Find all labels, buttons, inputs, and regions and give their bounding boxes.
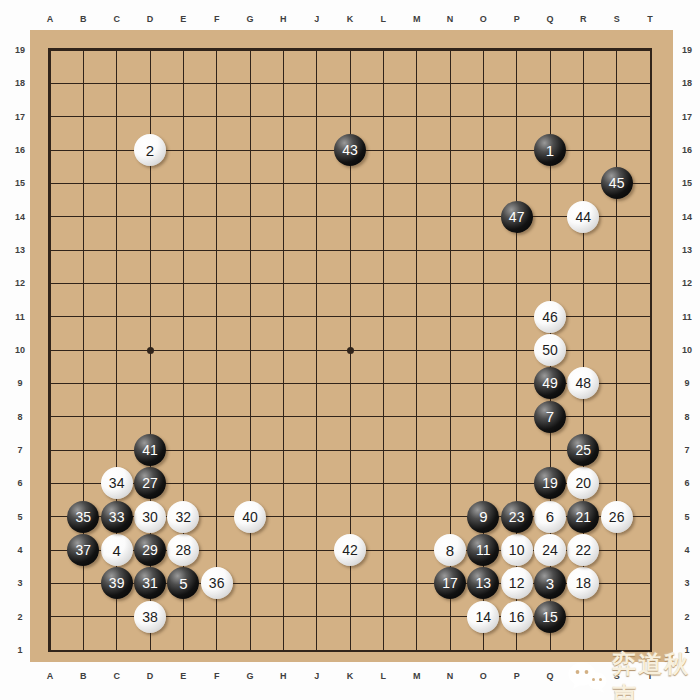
move-number: 9: [479, 509, 487, 524]
move-number: 40: [242, 510, 258, 524]
move-number: 20: [576, 476, 592, 490]
stone-white-G5: 40: [234, 501, 266, 533]
move-number: 10: [509, 543, 525, 557]
move-number: 39: [109, 576, 125, 590]
column-label-top: T: [641, 14, 659, 24]
row-label-right: 7: [678, 445, 696, 455]
stone-white-C4: 4: [101, 534, 133, 566]
move-number: 6: [546, 509, 554, 524]
column-label-top: R: [574, 14, 592, 24]
stone-black-P5: 23: [501, 501, 533, 533]
move-number: 43: [342, 143, 358, 157]
move-number: 8: [446, 543, 454, 558]
row-label-left: 15: [11, 178, 29, 188]
move-number: 24: [542, 543, 558, 557]
row-label-right: 4: [678, 545, 696, 555]
column-label-bottom: B: [74, 671, 92, 681]
stone-black-P14: 47: [501, 201, 533, 233]
move-number: 38: [142, 610, 158, 624]
move-number: 19: [542, 476, 558, 490]
move-number: 45: [609, 176, 625, 190]
column-label-bottom: A: [41, 671, 59, 681]
column-label-top: Q: [541, 14, 559, 24]
column-label-bottom: D: [141, 671, 159, 681]
column-label-bottom: M: [408, 671, 426, 681]
move-number: 48: [576, 376, 592, 390]
column-label-top: A: [41, 14, 59, 24]
row-label-left: 10: [11, 345, 29, 355]
move-number: 23: [509, 510, 525, 524]
row-label-right: 15: [678, 178, 696, 188]
row-label-left: 2: [11, 612, 29, 622]
row-label-right: 13: [678, 245, 696, 255]
move-number: 12: [509, 576, 525, 590]
move-number: 30: [142, 510, 158, 524]
row-label-right: 2: [678, 612, 696, 622]
row-label-right: 17: [678, 112, 696, 122]
stone-black-Q2: 15: [534, 601, 566, 633]
move-number: 1: [546, 143, 554, 158]
row-label-left: 17: [11, 112, 29, 122]
move-number: 37: [76, 543, 92, 557]
column-label-top: K: [341, 14, 359, 24]
move-number: 32: [176, 510, 192, 524]
column-label-bottom: F: [208, 671, 226, 681]
column-label-bottom: G: [241, 671, 259, 681]
column-label-top: B: [74, 14, 92, 24]
stone-white-D5: 30: [134, 501, 166, 533]
stone-black-C3: 39: [101, 567, 133, 599]
column-label-bottom: O: [474, 671, 492, 681]
move-number: 4: [112, 543, 120, 558]
stone-white-P4: 10: [501, 534, 533, 566]
column-label-bottom: K: [341, 671, 359, 681]
move-number: 22: [576, 543, 592, 557]
go-diagram-page: 弈道秋声 AABBCCDDEEFFGGHHJJKKLLMMNNOOPPQQRRS…: [0, 0, 700, 700]
move-number: 3: [546, 576, 554, 591]
row-label-right: 9: [678, 378, 696, 388]
move-number: 27: [142, 476, 158, 490]
move-number: 47: [509, 210, 525, 224]
row-label-left: 7: [11, 445, 29, 455]
row-label-right: 6: [678, 478, 696, 488]
stone-white-D2: 38: [134, 601, 166, 633]
row-label-right: 5: [678, 512, 696, 522]
stone-black-Q8: 7: [534, 401, 566, 433]
stone-white-S5: 26: [601, 501, 633, 533]
stone-white-R14: 44: [567, 201, 599, 233]
stone-white-Q11: 46: [534, 301, 566, 333]
column-label-top: J: [308, 14, 326, 24]
column-label-top: P: [508, 14, 526, 24]
move-number: 41: [142, 443, 158, 457]
column-label-top: D: [141, 14, 159, 24]
stone-white-P3: 12: [501, 567, 533, 599]
row-label-left: 6: [11, 478, 29, 488]
wechat-icon: [566, 660, 608, 700]
column-label-top: G: [241, 14, 259, 24]
row-label-left: 8: [11, 412, 29, 422]
move-number: 13: [476, 576, 492, 590]
column-label-bottom: E: [174, 671, 192, 681]
move-number: 31: [142, 576, 158, 590]
move-number: 42: [342, 543, 358, 557]
row-label-right: 8: [678, 412, 696, 422]
row-label-left: 12: [11, 278, 29, 288]
column-label-bottom: Q: [541, 671, 559, 681]
row-label-left: 18: [11, 78, 29, 88]
move-number: 46: [542, 310, 558, 324]
column-label-top: H: [274, 14, 292, 24]
stone-black-S15: 45: [601, 167, 633, 199]
move-number: 18: [576, 576, 592, 590]
stone-white-N4: 8: [434, 534, 466, 566]
column-label-top: M: [408, 14, 426, 24]
column-label-top: F: [208, 14, 226, 24]
stone-black-O5: 9: [467, 501, 499, 533]
row-label-left: 14: [11, 212, 29, 222]
row-label-right: 16: [678, 145, 696, 155]
column-label-bottom: L: [374, 671, 392, 681]
stone-white-Q4: 24: [534, 534, 566, 566]
stone-white-D16: 2: [134, 134, 166, 166]
row-label-left: 16: [11, 145, 29, 155]
stone-black-C5: 33: [101, 501, 133, 533]
row-label-right: 18: [678, 78, 696, 88]
row-label-left: 19: [11, 45, 29, 55]
move-number: 25: [576, 443, 592, 457]
move-number: 26: [609, 510, 625, 524]
watermark: 弈道秋声: [566, 648, 700, 700]
move-number: 44: [576, 210, 592, 224]
row-label-left: 11: [11, 312, 29, 322]
stone-black-Q16: 1: [534, 134, 566, 166]
row-label-left: 3: [11, 578, 29, 588]
watermark-text: 弈道秋声: [612, 648, 700, 700]
stone-black-R5: 21: [567, 501, 599, 533]
row-label-left: 4: [11, 545, 29, 555]
column-label-top: C: [108, 14, 126, 24]
row-label-right: 12: [678, 278, 696, 288]
move-number: 28: [176, 543, 192, 557]
column-label-top: N: [441, 14, 459, 24]
column-label-bottom: N: [441, 671, 459, 681]
row-label-left: 9: [11, 378, 29, 388]
column-label-top: L: [374, 14, 392, 24]
column-label-bottom: P: [508, 671, 526, 681]
row-label-left: 13: [11, 245, 29, 255]
stone-white-Q10: 50: [534, 334, 566, 366]
column-label-bottom: J: [308, 671, 326, 681]
stone-black-D4: 29: [134, 534, 166, 566]
row-label-right: 3: [678, 578, 696, 588]
stone-white-E5: 32: [167, 501, 199, 533]
move-number: 14: [476, 610, 492, 624]
row-label-left: 5: [11, 512, 29, 522]
row-label-right: 19: [678, 45, 696, 55]
move-number: 15: [542, 610, 558, 624]
column-label-top: E: [174, 14, 192, 24]
column-label-top: O: [474, 14, 492, 24]
move-number: 7: [546, 409, 554, 424]
stone-white-C6: 34: [101, 467, 133, 499]
star-point: [347, 347, 354, 354]
stone-white-O2: 14: [467, 601, 499, 633]
stone-white-K4: 42: [334, 534, 366, 566]
move-number: 49: [542, 376, 558, 390]
move-number: 35: [76, 510, 92, 524]
move-number: 36: [209, 576, 225, 590]
column-label-top: S: [608, 14, 626, 24]
move-number: 16: [509, 610, 525, 624]
stone-white-F3: 36: [201, 567, 233, 599]
move-number: 11: [476, 543, 491, 557]
row-label-right: 14: [678, 212, 696, 222]
move-number: 21: [576, 510, 592, 524]
move-number: 17: [442, 576, 458, 590]
stone-white-Q5: 6: [534, 501, 566, 533]
row-label-right: 11: [678, 312, 696, 322]
stone-white-P2: 16: [501, 601, 533, 633]
column-label-bottom: H: [274, 671, 292, 681]
move-number: 34: [109, 476, 125, 490]
stone-black-B5: 35: [67, 501, 99, 533]
stone-black-K16: 43: [334, 134, 366, 166]
move-number: 29: [142, 543, 158, 557]
row-label-left: 1: [11, 645, 29, 655]
row-label-right: 10: [678, 345, 696, 355]
move-number: 33: [109, 510, 125, 524]
move-number: 5: [179, 576, 187, 591]
move-number: 2: [146, 143, 154, 158]
star-point: [147, 347, 154, 354]
stone-black-D7: 41: [134, 434, 166, 466]
move-number: 50: [542, 343, 558, 357]
column-label-bottom: C: [108, 671, 126, 681]
